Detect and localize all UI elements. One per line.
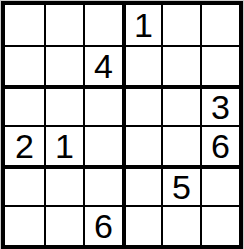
cell-r4c3[interactable]: [83, 125, 122, 165]
cell-r2c3-given[interactable]: 4: [83, 45, 122, 85]
cell-r6c2[interactable]: [44, 205, 83, 245]
cell-r5c2[interactable]: [44, 165, 83, 205]
cell-r5c1[interactable]: [5, 165, 44, 205]
cell-r4c5[interactable]: [161, 125, 200, 165]
sudoku-board: 14321656: [1, 1, 243, 249]
sudoku-board-frame: 14321656: [0, 0, 244, 249]
cell-r2c6[interactable]: [200, 45, 239, 85]
cell-r1c2[interactable]: [44, 5, 83, 45]
cell-r2c5[interactable]: [161, 45, 200, 85]
cell-r6c6[interactable]: [200, 205, 239, 245]
cell-r5c6[interactable]: [200, 165, 239, 205]
cell-r1c3[interactable]: [83, 5, 122, 45]
cell-r1c4-given[interactable]: 1: [122, 5, 161, 45]
cell-r2c4[interactable]: [122, 45, 161, 85]
cell-r4c2-given[interactable]: 1: [44, 125, 83, 165]
cell-r5c3[interactable]: [83, 165, 122, 205]
cell-r4c1-given[interactable]: 2: [5, 125, 44, 165]
cell-r5c5-given[interactable]: 5: [161, 165, 200, 205]
cell-r1c1[interactable]: [5, 5, 44, 45]
cell-r3c5[interactable]: [161, 85, 200, 125]
cell-r1c6[interactable]: [200, 5, 239, 45]
cell-r2c2[interactable]: [44, 45, 83, 85]
cell-r6c1[interactable]: [5, 205, 44, 245]
cell-r3c1[interactable]: [5, 85, 44, 125]
cell-r4c4[interactable]: [122, 125, 161, 165]
cell-r2c1[interactable]: [5, 45, 44, 85]
cell-r3c2[interactable]: [44, 85, 83, 125]
cell-r3c3[interactable]: [83, 85, 122, 125]
cell-r3c6-given[interactable]: 3: [200, 85, 239, 125]
cell-r6c4[interactable]: [122, 205, 161, 245]
cell-r6c3-given[interactable]: 6: [83, 205, 122, 245]
cell-r5c4[interactable]: [122, 165, 161, 205]
cell-r3c4[interactable]: [122, 85, 161, 125]
cell-r4c6-given[interactable]: 6: [200, 125, 239, 165]
cell-r6c5[interactable]: [161, 205, 200, 245]
cell-r1c5[interactable]: [161, 5, 200, 45]
